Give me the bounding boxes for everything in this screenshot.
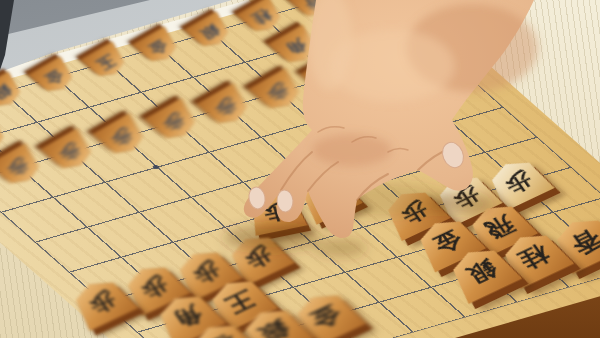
shogi-piece-silver-71[interactable]: 銀 [0,71,28,113]
piece-top-face: 歩 [248,68,308,116]
shogi-piece-pawn-73[interactable]: 歩 [40,128,100,176]
scene: 香桂銀金玉金銀桂香飛角歩歩歩歩歩歩歩歩歩歩歩歩歩歩歩歩歩歩角王飛金金香桂銀銀桂香 [0,0,600,338]
shogi-piece-gold-61[interactable]: 金 [28,56,80,98]
piece-kanji: 銀 [255,316,293,338]
piece-kanji: 歩 [56,140,84,163]
piece-top-face: 歩 [300,53,360,101]
piece-top-face: 銀 [184,11,236,53]
piece-kanji: 金 [146,37,171,57]
piece-top-face: 金 [28,56,80,98]
piece-top-face: 歩 [40,128,100,176]
piece-kanji: 歩 [212,95,240,118]
piece-top-face: 金 [132,26,184,68]
piece-kanji: 歩 [108,125,136,148]
piece-kanji: 飛 [482,212,519,242]
piece-kanji: 歩 [264,80,292,103]
piece-top-face: 香 [288,0,340,23]
shogi-piece-pawn-63[interactable]: 歩 [92,113,152,161]
shogi-piece-pawn-56-touched[interactable]: 歩 [244,188,307,236]
shogi-piece-king-51[interactable]: 玉 [80,41,132,83]
shogi-piece-pawn-13[interactable]: 歩 [352,38,412,86]
shogi-piece-lance-11[interactable]: 香 [288,0,340,23]
piece-kanji: 歩 [4,155,32,178]
piece-kanji: 歩 [397,198,432,226]
piece-kanji: 歩 [137,273,172,301]
piece-kanji: 香 [302,0,327,12]
piece-kanji: 銀 [0,82,14,102]
piece-kanji: 角 [283,36,310,58]
shogi-piece-pawn-53[interactable]: 歩 [144,98,204,146]
piece-kanji: 金 [42,67,67,87]
piece-kanji: 歩 [311,184,344,211]
piece-top-face: 玉 [80,41,132,83]
piece-kanji: 金 [430,227,467,257]
shogi-piece-pawn-43[interactable]: 歩 [196,83,256,131]
piece-kanji: 歩 [160,110,188,133]
piece-kanji: 歩 [501,168,536,196]
shogi-piece-pawn-23[interactable]: 歩 [300,53,360,101]
piece-kanji: 銀 [198,22,223,42]
piece-top-face: 歩 [144,98,204,146]
piece-kanji: 桂 [203,331,241,338]
shogi-piece-pawn-33[interactable]: 歩 [248,68,308,116]
piece-kanji: 王 [222,287,259,317]
piece-top-face: 歩 [352,38,412,86]
piece-kanji: 歩 [241,243,276,271]
piece-kanji: 桂 [515,241,553,272]
piece-kanji: 銀 [463,256,501,287]
piece-kanji: 金 [307,301,345,332]
piece-kanji: 歩 [316,65,344,88]
piece-top-face: 歩 [92,113,152,161]
piece-kanji: 歩 [368,50,396,73]
piece-kanji: 桂 [250,7,275,27]
piece-kanji: 歩 [189,258,224,286]
piece-kanji: 玉 [94,52,119,72]
shogi-piece-gold-41[interactable]: 金 [132,26,184,68]
piece-top-face: 銀 [0,71,28,113]
pieces-layer: 香桂銀金玉金銀桂香飛角歩歩歩歩歩歩歩歩歩歩歩歩歩歩歩歩歩歩角王飛金金香桂銀銀桂香 [0,0,600,338]
piece-top-face: 歩 [196,83,256,131]
shogi-piece-silver-31[interactable]: 銀 [184,11,236,53]
piece-kanji: 歩 [449,183,484,211]
piece-kanji: 角 [170,302,207,332]
piece-kanji: 歩 [85,288,120,316]
piece-kanji: 歩 [261,200,291,224]
piece-kanji: 香 [567,226,600,257]
